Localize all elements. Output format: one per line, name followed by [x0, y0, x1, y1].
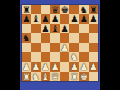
square-g1[interactable]: ♚	[79, 72, 89, 82]
piece-white-queen[interactable]: ♛	[51, 72, 59, 81]
square-f1[interactable]: ♜	[69, 72, 79, 82]
piece-black-pawn[interactable]: ♟	[41, 14, 49, 23]
piece-white-pawn[interactable]: ♟	[89, 62, 97, 71]
square-h7[interactable]: ♟	[89, 14, 99, 24]
square-e6[interactable]: ♟	[60, 24, 70, 34]
piece-black-pawn[interactable]: ♟	[61, 24, 69, 33]
square-g4[interactable]	[79, 43, 89, 53]
square-d4[interactable]	[50, 43, 60, 53]
square-g5[interactable]	[79, 33, 89, 43]
piece-black-pawn[interactable]: ♟	[70, 14, 78, 23]
piece-black-pawn[interactable]: ♟	[51, 14, 59, 23]
piece-white-knight[interactable]: ♞	[70, 52, 78, 61]
square-h6[interactable]	[89, 24, 99, 34]
square-c1[interactable]: ♝	[41, 72, 51, 82]
piece-black-queen[interactable]: ♛	[51, 5, 59, 14]
square-d6[interactable]: ♝	[50, 24, 60, 34]
square-g2[interactable]: ♟	[79, 62, 89, 72]
square-a1[interactable]: ♜	[22, 72, 32, 82]
square-e5[interactable]	[60, 33, 70, 43]
piece-black-pawn[interactable]: ♟	[22, 14, 30, 23]
square-f8[interactable]	[69, 5, 79, 15]
piece-white-pawn[interactable]: ♟	[80, 62, 88, 71]
piece-white-rook[interactable]: ♜	[22, 72, 30, 81]
square-d7[interactable]: ♟	[50, 14, 60, 24]
square-b2[interactable]: ♟	[31, 62, 41, 72]
square-a6[interactable]	[22, 24, 32, 34]
piece-white-pawn[interactable]: ♟	[41, 62, 49, 71]
piece-black-rook[interactable]: ♜	[22, 5, 30, 14]
square-d8[interactable]: ♛	[50, 5, 60, 15]
letterbox-left-bar	[0, 0, 20, 90]
square-b8[interactable]	[31, 5, 41, 15]
square-e1[interactable]	[60, 72, 70, 82]
piece-white-pawn[interactable]: ♟	[61, 43, 69, 52]
square-a7[interactable]: ♟	[22, 14, 32, 24]
square-b4[interactable]	[31, 43, 41, 53]
piece-white-pawn[interactable]: ♟	[32, 62, 40, 71]
piece-black-rook[interactable]: ♜	[89, 5, 97, 14]
square-f5[interactable]	[69, 33, 79, 43]
square-g7[interactable]: ♟	[79, 14, 89, 24]
square-c6[interactable]: ♟	[41, 24, 51, 34]
square-h2[interactable]: ♟	[89, 62, 99, 72]
square-d3[interactable]	[50, 52, 60, 62]
square-c3[interactable]	[41, 52, 51, 62]
piece-black-bishop[interactable]: ♝	[51, 24, 59, 33]
piece-white-rook[interactable]: ♜	[70, 72, 78, 81]
square-e7[interactable]	[60, 14, 70, 24]
thumbnail-stage: ♜♛♚♞♜♟♝♟♟♟♟♟♟♝♟♞♟♞♟♟♟♟♟♟♟♜♞♝♛♜♚	[0, 0, 120, 90]
piece-black-pawn[interactable]: ♟	[80, 14, 88, 23]
square-e8[interactable]: ♚	[60, 5, 70, 15]
piece-black-knight[interactable]: ♞	[80, 5, 88, 14]
square-a3[interactable]	[22, 52, 32, 62]
square-a5[interactable]: ♞	[22, 33, 32, 43]
square-f6[interactable]	[69, 24, 79, 34]
square-h5[interactable]	[89, 33, 99, 43]
square-h8[interactable]: ♜	[89, 5, 99, 15]
piece-black-pawn[interactable]: ♟	[41, 24, 49, 33]
square-f2[interactable]: ♟	[69, 62, 79, 72]
square-b3[interactable]	[31, 52, 41, 62]
square-g6[interactable]	[79, 24, 89, 34]
piece-black-king[interactable]: ♚	[61, 5, 69, 14]
square-g8[interactable]: ♞	[79, 5, 89, 15]
piece-white-pawn[interactable]: ♟	[22, 62, 30, 71]
square-f4[interactable]	[69, 43, 79, 53]
square-c4[interactable]	[41, 43, 51, 53]
chess-board: ♜♛♚♞♜♟♝♟♟♟♟♟♟♝♟♞♟♞♟♟♟♟♟♟♟♜♞♝♛♜♚	[22, 5, 99, 82]
square-a2[interactable]: ♟	[22, 62, 32, 72]
board-frame: ♜♛♚♞♜♟♝♟♟♟♟♟♟♝♟♞♟♞♟♟♟♟♟♟♟♜♞♝♛♜♚	[20, 0, 100, 90]
square-h3[interactable]	[89, 52, 99, 62]
square-e3[interactable]	[60, 52, 70, 62]
square-c7[interactable]: ♟	[41, 14, 51, 24]
piece-white-king[interactable]: ♚	[80, 72, 88, 81]
square-a8[interactable]: ♜	[22, 5, 32, 15]
square-a4[interactable]	[22, 43, 32, 53]
square-h1[interactable]	[89, 72, 99, 82]
square-c2[interactable]: ♟	[41, 62, 51, 72]
square-d1[interactable]: ♛	[50, 72, 60, 82]
piece-white-bishop[interactable]: ♝	[41, 72, 49, 81]
square-d2[interactable]: ♟	[50, 62, 60, 72]
square-c5[interactable]	[41, 33, 51, 43]
piece-black-knight[interactable]: ♞	[22, 33, 30, 42]
piece-white-knight[interactable]: ♞	[32, 72, 40, 81]
square-e2[interactable]	[60, 62, 70, 72]
piece-white-pawn[interactable]: ♟	[70, 62, 78, 71]
square-b5[interactable]	[31, 33, 41, 43]
piece-black-bishop[interactable]: ♝	[32, 14, 40, 23]
piece-white-pawn[interactable]: ♟	[51, 62, 59, 71]
square-c8[interactable]	[41, 5, 51, 15]
square-g3[interactable]	[79, 52, 89, 62]
square-f7[interactable]: ♟	[69, 14, 79, 24]
square-b6[interactable]	[31, 24, 41, 34]
square-d5[interactable]	[50, 33, 60, 43]
square-b7[interactable]: ♝	[31, 14, 41, 24]
square-f3[interactable]: ♞	[69, 52, 79, 62]
square-e4[interactable]: ♟	[60, 43, 70, 53]
square-h4[interactable]	[89, 43, 99, 53]
letterbox-right-bar	[100, 0, 120, 90]
piece-black-pawn[interactable]: ♟	[89, 14, 97, 23]
square-b1[interactable]: ♞	[31, 72, 41, 82]
